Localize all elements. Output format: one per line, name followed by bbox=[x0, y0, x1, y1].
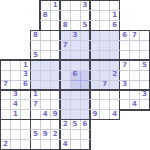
grid-dark-line bbox=[109, 119, 121, 121]
grid-thin-line bbox=[99, 40, 100, 50]
grid-thin-line bbox=[70, 40, 80, 41]
cell-r1c8[interactable] bbox=[70, 1, 80, 11]
grid-thin-line bbox=[40, 90, 41, 100]
grid-thin-line bbox=[80, 11, 81, 21]
grid-thin-line bbox=[70, 139, 80, 140]
grid-thin-line bbox=[100, 109, 110, 110]
cell-r1c11[interactable] bbox=[100, 1, 110, 11]
grid-thin-line bbox=[1, 129, 11, 130]
grid-thin-line bbox=[70, 30, 71, 40]
grid-thin-line bbox=[80, 129, 90, 130]
grid-thin-line bbox=[90, 10, 100, 11]
grid-thin-line bbox=[70, 70, 71, 80]
cell-r2c8[interactable] bbox=[70, 11, 80, 21]
grid-thin-line bbox=[80, 120, 81, 130]
cell-r2c10[interactable] bbox=[90, 11, 100, 21]
grid-thin-line bbox=[80, 50, 90, 51]
cell-r7c13[interactable]: 7 bbox=[120, 60, 130, 70]
cell-r5c10[interactable] bbox=[90, 40, 100, 50]
cell-r4c7[interactable] bbox=[60, 30, 70, 40]
cell-r11c5[interactable] bbox=[40, 100, 50, 110]
grid-thin-line bbox=[80, 10, 90, 11]
grid-thin-line bbox=[130, 80, 140, 81]
grid-thin-line bbox=[60, 109, 70, 110]
cell-r13c2[interactable] bbox=[11, 120, 21, 130]
grid-thin-line bbox=[50, 40, 60, 41]
cell-r8c14[interactable] bbox=[130, 70, 140, 80]
grid-thin-line bbox=[110, 80, 120, 81]
grid-thin-line bbox=[139, 40, 149, 41]
grid-thin-line bbox=[20, 70, 30, 71]
cell-r11c8[interactable] bbox=[70, 100, 80, 110]
grid-thin-line bbox=[60, 129, 70, 130]
cell-r7c2[interactable] bbox=[11, 60, 21, 70]
grid-thin-line bbox=[109, 90, 110, 100]
grid-dark-line bbox=[139, 109, 150, 111]
grid-thin-line bbox=[30, 40, 40, 41]
cell-r2c5[interactable]: 8 bbox=[40, 11, 50, 21]
grid-thin-line bbox=[40, 40, 41, 50]
cell-r11c4[interactable]: 7 bbox=[30, 100, 40, 110]
grid-thin-line bbox=[109, 30, 110, 40]
cell-r13c7[interactable]: 2 bbox=[60, 120, 70, 130]
cell-r5c11[interactable] bbox=[100, 40, 110, 50]
cell-r10c14[interactable] bbox=[130, 90, 140, 100]
grid-thin-line bbox=[139, 40, 140, 50]
grid-thin-line bbox=[139, 70, 140, 80]
cell-r4c13[interactable]: 6 bbox=[120, 30, 130, 40]
grid-thin-line bbox=[99, 1, 100, 11]
cell-r14c2[interactable] bbox=[11, 130, 21, 140]
grid-thin-line bbox=[100, 99, 110, 100]
grid-thin-line bbox=[100, 20, 110, 21]
grid-thin-line bbox=[130, 40, 140, 41]
grid-thin-line bbox=[109, 70, 110, 80]
grid-thin-line bbox=[109, 100, 110, 110]
grid-thin-line bbox=[30, 50, 40, 51]
given-digit: 7 bbox=[60, 40, 70, 50]
cell-r5c5[interactable] bbox=[40, 40, 50, 50]
grid-thin-line bbox=[109, 11, 110, 21]
grid-thin-line bbox=[40, 20, 50, 21]
grid-thin-line bbox=[20, 139, 30, 140]
grid-thin-line bbox=[129, 40, 130, 50]
grid-thin-line bbox=[109, 40, 110, 50]
grid-thin-line bbox=[90, 50, 100, 51]
given-digit: 6 bbox=[120, 30, 130, 40]
cell-r2c7[interactable] bbox=[60, 11, 70, 21]
cell-r8c7[interactable] bbox=[60, 70, 70, 80]
grid-thin-line bbox=[100, 50, 110, 51]
grid-thin-line bbox=[50, 90, 51, 100]
grid-thin-line bbox=[99, 30, 100, 40]
grid-thin-line bbox=[129, 70, 130, 80]
grid-thin-line bbox=[70, 130, 71, 140]
grid-thin-line bbox=[11, 80, 21, 81]
grid-thin-line bbox=[20, 130, 21, 140]
cell-r5c7[interactable]: 7 bbox=[60, 40, 70, 50]
sudoku-board: 1381856836775175362767331347414994256592… bbox=[0, 0, 150, 150]
given-digit: 2 bbox=[60, 120, 70, 130]
given-digit: 7 bbox=[30, 100, 40, 110]
grid-thin-line bbox=[130, 70, 140, 71]
grid-thin-line bbox=[90, 70, 100, 71]
grid-thin-line bbox=[80, 40, 90, 41]
cell-r11c10[interactable] bbox=[90, 100, 100, 110]
cell-r10c13[interactable] bbox=[120, 90, 130, 100]
grid-thin-line bbox=[30, 109, 40, 110]
grid-thin-line bbox=[109, 1, 110, 11]
cell-r14c1[interactable] bbox=[1, 130, 11, 140]
given-digit: 3 bbox=[11, 90, 21, 100]
cell-r14c4[interactable]: 5 bbox=[30, 130, 40, 140]
grid-thin-line bbox=[20, 60, 21, 70]
grid-thin-line bbox=[40, 139, 50, 140]
grid-thin-line bbox=[70, 109, 80, 110]
grid-thin-line bbox=[60, 70, 70, 71]
grid-thin-line bbox=[80, 99, 90, 100]
grid-thin-line bbox=[40, 10, 50, 11]
grid-thin-line bbox=[130, 99, 140, 100]
grid-thin-line bbox=[50, 1, 51, 11]
grid-thin-line bbox=[11, 109, 21, 110]
grid-thin-line bbox=[109, 60, 110, 70]
cell-r10c10[interactable] bbox=[90, 90, 100, 100]
given-digit: 9 bbox=[40, 130, 50, 140]
grid-thin-line bbox=[70, 99, 80, 100]
grid-thin-line bbox=[30, 129, 40, 130]
grid-thin-line bbox=[20, 80, 30, 81]
grid-thin-line bbox=[20, 120, 21, 130]
grid-thin-line bbox=[11, 129, 21, 130]
grid-thin-line bbox=[120, 80, 130, 81]
puzzle-page: 1381856836775175362767331347414994256592… bbox=[0, 0, 150, 150]
cell-r7c10[interactable] bbox=[90, 60, 100, 70]
grid-thin-line bbox=[40, 80, 50, 81]
cell-r8c8[interactable]: 6 bbox=[70, 70, 80, 80]
grid-thin-line bbox=[30, 70, 40, 71]
grid-thin-line bbox=[100, 70, 110, 71]
grid-thin-line bbox=[80, 30, 81, 40]
grid-thin-line bbox=[40, 70, 50, 71]
grid-thin-line bbox=[50, 70, 51, 80]
grid-thin-line bbox=[40, 109, 50, 110]
grid-thin-line bbox=[10, 90, 11, 100]
cell-r8c13[interactable] bbox=[120, 70, 130, 80]
grid-thin-line bbox=[90, 109, 100, 110]
cell-r13c5[interactable] bbox=[40, 120, 50, 130]
grid-thin-line bbox=[139, 90, 140, 100]
grid-thin-line bbox=[70, 1, 71, 11]
cell-r10c7[interactable] bbox=[60, 90, 70, 100]
given-digit: 4 bbox=[11, 100, 21, 110]
cell-r2c11[interactable] bbox=[100, 11, 110, 21]
grid-thin-line bbox=[50, 100, 51, 110]
grid-thin-line bbox=[80, 70, 81, 80]
grid-thin-line bbox=[99, 100, 100, 110]
grid-thin-line bbox=[99, 60, 100, 70]
grid-thin-line bbox=[70, 20, 80, 21]
grid-thin-line bbox=[20, 99, 30, 100]
cell-r5c8[interactable] bbox=[70, 40, 80, 50]
grid-thin-line bbox=[10, 130, 11, 140]
grid-thin-line bbox=[80, 70, 90, 71]
grid-thin-line bbox=[40, 100, 41, 110]
grid-thin-line bbox=[80, 80, 90, 81]
grid-thin-line bbox=[110, 99, 120, 100]
grid-thin-line bbox=[90, 20, 100, 21]
grid-thin-line bbox=[90, 99, 100, 100]
grid-thin-line bbox=[1, 70, 11, 71]
cell-r5c14[interactable] bbox=[130, 40, 140, 50]
given-digit: 8 bbox=[30, 30, 40, 40]
grid-thin-line bbox=[50, 20, 60, 21]
grid-thin-line bbox=[80, 100, 81, 110]
cell-r11c2[interactable]: 4 bbox=[11, 100, 21, 110]
cell-r11c1[interactable] bbox=[1, 100, 11, 110]
grid-thin-line bbox=[50, 10, 60, 11]
grid-thin-line bbox=[30, 99, 40, 100]
grid-thin-line bbox=[139, 70, 149, 71]
grid-thin-line bbox=[139, 60, 140, 70]
given-digit: 8 bbox=[40, 11, 50, 21]
grid-thin-line bbox=[120, 40, 130, 41]
grid-thin-line bbox=[40, 60, 41, 70]
grid-thin-line bbox=[70, 80, 80, 81]
grid-thin-line bbox=[50, 11, 51, 21]
grid-thin-line bbox=[110, 70, 120, 71]
grid-thin-line bbox=[99, 90, 100, 100]
grid-thin-line bbox=[129, 90, 130, 100]
cell-r1c7[interactable] bbox=[60, 1, 70, 11]
grid-thin-line bbox=[70, 60, 71, 70]
cell-r8c1[interactable] bbox=[1, 70, 11, 80]
given-digit: 7 bbox=[130, 30, 140, 40]
cell-r7c1[interactable] bbox=[1, 60, 11, 70]
given-digit: 5 bbox=[70, 120, 80, 130]
grid-thin-line bbox=[70, 129, 80, 130]
grid-thin-line bbox=[10, 120, 11, 130]
grid-thin-line bbox=[70, 70, 80, 71]
cell-r5c4[interactable] bbox=[30, 40, 40, 50]
grid-thin-line bbox=[10, 60, 11, 70]
cell-r10c1[interactable] bbox=[1, 90, 11, 100]
cell-r10c8[interactable] bbox=[70, 90, 80, 100]
grid-thin-line bbox=[40, 30, 41, 40]
grid-thin-line bbox=[129, 60, 130, 70]
grid-dark-line bbox=[139, 30, 150, 32]
grid-thin-line bbox=[11, 70, 21, 71]
grid-thin-line bbox=[60, 139, 70, 140]
grid-thin-line bbox=[20, 90, 21, 100]
grid-thin-line bbox=[80, 40, 81, 50]
grid-thin-line bbox=[80, 130, 81, 140]
grid-thin-line bbox=[80, 20, 90, 21]
grid-thin-line bbox=[70, 40, 71, 50]
grid-thin-line bbox=[40, 70, 41, 80]
grid-thin-line bbox=[40, 50, 50, 51]
cell-r7c4[interactable] bbox=[30, 60, 40, 70]
cell-r14c7[interactable] bbox=[60, 130, 70, 140]
grid-thin-line bbox=[139, 50, 149, 51]
cell-r7c7[interactable] bbox=[60, 60, 70, 70]
cell-r13c1[interactable] bbox=[1, 120, 11, 130]
grid-thin-line bbox=[100, 10, 110, 11]
given-digit: 7 bbox=[120, 60, 130, 70]
grid-thin-line bbox=[80, 109, 90, 110]
cell-r13c4[interactable] bbox=[30, 120, 40, 130]
grid-thin-line bbox=[70, 50, 80, 51]
cell-r4c10[interactable] bbox=[90, 30, 100, 40]
grid-dark-line bbox=[109, 0, 121, 1]
grid-thin-line bbox=[1, 99, 11, 100]
grid-thin-line bbox=[70, 120, 71, 130]
given-digit: 5 bbox=[30, 130, 40, 140]
grid-thin-line bbox=[20, 100, 21, 110]
cell-r4c14[interactable]: 7 bbox=[130, 30, 140, 40]
cell-r7c14[interactable] bbox=[130, 60, 140, 70]
grid-thin-line bbox=[50, 50, 60, 51]
grid-thin-line bbox=[100, 40, 110, 41]
cell-r8c2[interactable] bbox=[11, 70, 21, 80]
grid-thin-line bbox=[70, 10, 80, 11]
grid-dark-line bbox=[139, 89, 150, 91]
grid-thin-line bbox=[70, 90, 71, 100]
grid-thin-line bbox=[70, 100, 71, 110]
grid-thin-line bbox=[40, 130, 41, 140]
grid-thin-line bbox=[110, 50, 120, 51]
grid-thin-line bbox=[100, 80, 110, 81]
grid-thin-line bbox=[130, 50, 140, 51]
grid-thin-line bbox=[60, 99, 70, 100]
grid-dark-line bbox=[79, 149, 91, 150]
grid-thin-line bbox=[50, 129, 60, 130]
grid-thin-line bbox=[60, 80, 70, 81]
grid-thin-line bbox=[80, 90, 81, 100]
grid-thin-line bbox=[120, 70, 130, 71]
grid-thin-line bbox=[129, 30, 130, 40]
cell-r10c5[interactable] bbox=[40, 90, 50, 100]
grid-thin-line bbox=[60, 40, 70, 41]
grid-thin-line bbox=[60, 20, 70, 21]
grid-thin-line bbox=[80, 60, 81, 70]
grid-thin-line bbox=[99, 70, 100, 80]
grid-thin-line bbox=[50, 130, 51, 140]
given-digit: 1 bbox=[30, 90, 40, 100]
cell-r8c10[interactable] bbox=[90, 70, 100, 80]
grid-thin-line bbox=[11, 139, 21, 140]
cell-r7c8[interactable] bbox=[70, 60, 80, 70]
grid-thin-line bbox=[60, 10, 70, 11]
grid-thin-line bbox=[40, 99, 50, 100]
cell-r1c5[interactable] bbox=[40, 1, 50, 11]
grid-thin-line bbox=[50, 120, 51, 130]
grid-thin-line bbox=[40, 40, 50, 41]
grid-thin-line bbox=[80, 139, 90, 140]
grid-thin-line bbox=[40, 129, 50, 130]
grid-thin-line bbox=[1, 109, 11, 110]
cell-r1c10[interactable] bbox=[90, 1, 100, 11]
grid-dark-line bbox=[139, 59, 150, 61]
cell-r7c5[interactable] bbox=[40, 60, 50, 70]
grid-thin-line bbox=[40, 120, 41, 130]
grid-thin-line bbox=[50, 80, 60, 81]
cell-r10c11[interactable] bbox=[100, 90, 110, 100]
cell-r8c5[interactable] bbox=[40, 70, 50, 80]
cell-r7c11[interactable] bbox=[100, 60, 110, 70]
grid-thin-line bbox=[99, 11, 100, 21]
grid-thin-line bbox=[20, 129, 30, 130]
grid-thin-line bbox=[80, 1, 81, 11]
cell-r14c5[interactable]: 9 bbox=[40, 130, 50, 140]
cell-r10c2[interactable]: 3 bbox=[11, 90, 21, 100]
grid-thin-line bbox=[20, 109, 30, 110]
grid-thin-line bbox=[10, 100, 11, 110]
grid-thin-line bbox=[50, 30, 51, 40]
grid-thin-line bbox=[120, 99, 130, 100]
grid-thin-line bbox=[110, 20, 120, 21]
cell-r4c5[interactable] bbox=[40, 30, 50, 40]
grid-thin-line bbox=[90, 80, 100, 81]
cell-r8c11[interactable] bbox=[100, 70, 110, 80]
grid-thin-line bbox=[20, 70, 21, 80]
cell-r11c7[interactable] bbox=[60, 100, 70, 110]
cell-r13c8[interactable]: 5 bbox=[70, 120, 80, 130]
given-digit: 6 bbox=[70, 70, 80, 80]
grid-thin-line bbox=[50, 70, 60, 71]
cell-r5c13[interactable] bbox=[120, 40, 130, 50]
grid-thin-line bbox=[1, 80, 11, 81]
grid-thin-line bbox=[1, 139, 11, 140]
cell-r4c11[interactable] bbox=[100, 30, 110, 40]
grid-thin-line bbox=[90, 40, 100, 41]
grid-thin-line bbox=[50, 109, 60, 110]
grid-thin-line bbox=[110, 40, 120, 41]
cell-r4c8[interactable]: 3 bbox=[70, 30, 80, 40]
cell-r10c4[interactable]: 1 bbox=[30, 90, 40, 100]
grid-thin-line bbox=[50, 139, 60, 140]
grid-thin-line bbox=[11, 99, 21, 100]
cell-r14c8[interactable] bbox=[70, 130, 80, 140]
grid-thin-line bbox=[30, 139, 40, 140]
grid-thin-line bbox=[60, 50, 70, 51]
grid-thin-line bbox=[30, 80, 40, 81]
grid-thin-line bbox=[110, 10, 120, 11]
cell-r8c4[interactable] bbox=[30, 70, 40, 80]
grid-thin-line bbox=[139, 30, 140, 40]
grid-thin-line bbox=[120, 50, 130, 51]
cell-r4c4[interactable]: 8 bbox=[30, 30, 40, 40]
grid-thin-line bbox=[10, 70, 11, 80]
grid-thin-line bbox=[50, 99, 60, 100]
cell-r11c11[interactable] bbox=[100, 100, 110, 110]
grid-thin-line bbox=[139, 80, 149, 81]
grid-thin-line bbox=[70, 11, 71, 21]
given-digit: 3 bbox=[70, 30, 80, 40]
grid-thin-line bbox=[50, 60, 51, 70]
grid-thin-line bbox=[139, 99, 149, 100]
grid-thin-line bbox=[50, 40, 51, 50]
